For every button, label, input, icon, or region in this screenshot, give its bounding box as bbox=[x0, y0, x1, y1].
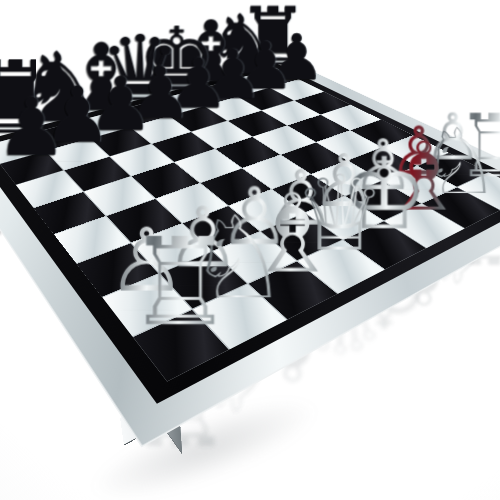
chess-board: ♜♞♝♛♚♝♞♜♟♟♟♟♟♟♟♟♙♙♙♙♙♙♙♙♖♘♗♕♔♗♘♖ bbox=[0, 56, 500, 448]
piece-glyph: ♟ bbox=[0, 87, 119, 167]
white-rook-a1[interactable]: ♖ bbox=[133, 309, 229, 381]
piece-glyph: ♖ bbox=[53, 222, 309, 343]
photo-canvas: ♜♞♝♛♚♝♞♜♟♟♟♟♟♟♟♟♙♙♙♙♙♙♙♙♖♘♗♕♔♗♘♖ bbox=[0, 0, 500, 500]
board-grid: ♜♞♝♛♚♝♞♜♟♟♟♟♟♟♟♟♙♙♙♙♙♙♙♙♖♘♗♕♔♗♘♖ bbox=[0, 68, 500, 381]
board-border-band: ♜♞♝♛♚♝♞♜♟♟♟♟♟♟♟♟♙♙♙♙♙♙♙♙♖♘♗♕♔♗♘♖ bbox=[0, 64, 500, 404]
board-frame-top: ♜♞♝♛♚♝♞♜♟♟♟♟♟♟♟♟♙♙♙♙♙♙♙♙♖♘♗♕♔♗♘♖ bbox=[0, 56, 500, 448]
square-a1[interactable]: ♖ bbox=[133, 309, 229, 381]
